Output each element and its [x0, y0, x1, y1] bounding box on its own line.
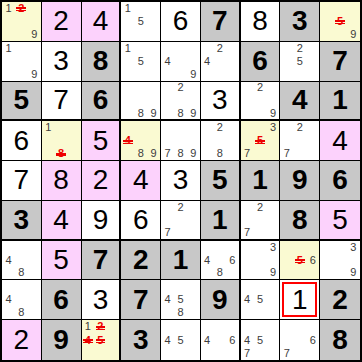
cell-r2c2[interactable]: 3: [42, 42, 82, 82]
cell-r7c6[interactable]: 468: [201, 241, 241, 281]
cell-r6c9[interactable]: 5: [320, 201, 360, 241]
candidate: 4: [201, 254, 214, 267]
cell-r8c6[interactable]: 9: [201, 280, 241, 320]
candidate: 2: [213, 42, 226, 55]
candidate: 9: [187, 147, 200, 160]
strike-line: [335, 23, 345, 24]
cell-r9c1[interactable]: 2: [2, 320, 42, 360]
solved-digit: 4: [133, 166, 149, 194]
candidate: 3: [347, 241, 360, 254]
candidate: 2: [174, 82, 187, 95]
candidate: 7: [241, 147, 254, 160]
candidate: 9: [187, 68, 200, 81]
eliminated-candidate: 5: [293, 254, 306, 267]
given-digit: 5: [14, 86, 30, 114]
candidate: 6: [226, 333, 239, 346]
candidate: 4: [2, 293, 15, 306]
strike-line: [295, 259, 305, 261]
strike-line: [56, 153, 66, 155]
given-digit: 7: [332, 47, 348, 75]
candidate: 7: [161, 147, 174, 160]
eliminated-candidate: 2: [94, 320, 107, 333]
given-digit: 2: [332, 286, 348, 314]
solved-digit: 6: [14, 127, 30, 155]
solved-digit: 3: [93, 286, 109, 314]
given-digit: 7: [133, 286, 149, 314]
solved-digit: 2: [14, 326, 30, 354]
cell-r9c2[interactable]: 9: [42, 320, 82, 360]
cell-r8c7[interactable]: 45: [241, 280, 281, 320]
candidate: 9: [147, 147, 160, 160]
solved-digit: 4: [53, 206, 69, 234]
cell-r2c8[interactable]: 25: [280, 42, 320, 82]
given-digit: 6: [93, 86, 109, 114]
given-digit: 1: [332, 86, 348, 114]
solved-digit: 7: [53, 86, 69, 114]
solved-digit: 9: [93, 206, 109, 234]
cell-r9c7[interactable]: 457: [241, 320, 281, 360]
sudoku-board: 1292415678359193815492462575768928932941…: [0, 0, 362, 362]
candidate: 8: [15, 306, 28, 319]
cell-r9c6[interactable]: 46: [201, 320, 241, 360]
given-digit: 9: [292, 166, 308, 194]
given-digit: 6: [252, 47, 268, 75]
candidate: 9: [347, 267, 360, 280]
strike-line: [16, 7, 26, 9]
strike-line: [56, 155, 66, 156]
given-digit: 1: [212, 206, 228, 234]
candidate: 8: [15, 267, 28, 280]
cell-r1c3[interactable]: 4: [82, 2, 122, 42]
given-digit: 9: [212, 286, 228, 314]
strike-line: [96, 326, 106, 328]
strike-line: [123, 143, 133, 144]
cell-r6c6[interactable]: 1: [201, 201, 241, 241]
given-digit: 6: [53, 286, 69, 314]
cell-r7c2[interactable]: 5: [42, 241, 82, 281]
cell-r8c5[interactable]: 458: [161, 280, 201, 320]
candidate: 9: [28, 68, 41, 81]
candidate: 2: [174, 201, 187, 214]
cell-r4c1[interactable]: 6: [2, 121, 42, 161]
cell-r5c7[interactable]: 1: [241, 161, 281, 201]
cell-r3c7[interactable]: 29: [241, 82, 281, 122]
candidate: 4: [161, 293, 174, 306]
candidate: 8: [213, 267, 226, 280]
given-digit: 6: [332, 166, 348, 194]
cell-r5c4[interactable]: 4: [121, 161, 161, 201]
cell-r2c6[interactable]: 24: [201, 42, 241, 82]
cell-r6c4[interactable]: 6: [121, 201, 161, 241]
solved-digit: 5: [332, 206, 348, 234]
candidate: 5: [254, 333, 267, 346]
cell-r9c3[interactable]: 1245: [82, 320, 122, 360]
candidate: 9: [28, 28, 41, 41]
candidate: 5: [254, 293, 267, 306]
solved-digit: 7: [14, 166, 30, 194]
candidate: 7: [161, 226, 174, 239]
cell-r4c8[interactable]: 27: [280, 121, 320, 161]
cell-r3c4[interactable]: 89: [121, 82, 161, 122]
candidate: 4: [161, 55, 174, 68]
solved-digit: 6: [133, 206, 149, 234]
cell-r5c1[interactable]: 7: [2, 161, 42, 201]
given-digit: 2: [133, 246, 149, 274]
candidate: 4: [241, 333, 254, 346]
candidate: 5: [174, 333, 187, 346]
candidate: 5: [134, 55, 147, 68]
candidate: 5: [134, 15, 147, 28]
candidate: 4: [241, 293, 254, 306]
cell-r8c4[interactable]: 7: [121, 280, 161, 320]
candidate: 7: [280, 347, 293, 360]
cell-r8c3[interactable]: 3: [82, 280, 122, 320]
given-digit: 8: [332, 326, 348, 354]
candidate: 8: [174, 107, 187, 120]
cell-r6c5[interactable]: 27: [161, 201, 201, 241]
given-digit: 7: [212, 7, 228, 35]
cell-r6c1[interactable]: 3: [2, 201, 42, 241]
strike-line: [83, 342, 93, 343]
cell-r8c1[interactable]: 48: [2, 280, 42, 320]
strike-line: [335, 20, 345, 22]
solved-digit: 2: [93, 166, 109, 194]
given-digit: 4: [292, 86, 308, 114]
cell-r3c5[interactable]: 289: [161, 82, 201, 122]
cell-r1c4[interactable]: 15: [121, 2, 161, 42]
cell-r7c4[interactable]: 2: [121, 241, 161, 281]
cell-r1c7[interactable]: 8: [241, 2, 281, 42]
eliminated-candidate: 5: [94, 333, 107, 346]
candidate: 1: [42, 121, 55, 134]
candidate: 6: [306, 333, 319, 346]
cell-r1c8[interactable]: 3: [280, 2, 320, 42]
cell-r1c2[interactable]: 2: [42, 2, 82, 42]
strike-line: [96, 342, 106, 343]
eliminated-candidate: 8: [55, 147, 68, 160]
cell-r4c5[interactable]: 789: [161, 121, 201, 161]
cell-r5c2[interactable]: 8: [42, 161, 82, 201]
solved-digit: 3: [212, 86, 228, 114]
candidate: 9: [267, 107, 280, 120]
cell-r5c9[interactable]: 6: [320, 161, 360, 201]
cell-r3c2[interactable]: 7: [42, 82, 82, 122]
eliminated-candidate: 4: [121, 134, 134, 147]
cell-r7c5[interactable]: 1: [161, 241, 201, 281]
cell-r4c2[interactable]: 18: [42, 121, 82, 161]
cell-r4c4[interactable]: 489: [121, 121, 161, 161]
candidate: 9: [267, 267, 280, 280]
candidate: 4: [161, 333, 174, 346]
eliminated-candidate: 5: [333, 15, 346, 28]
eliminated-candidate: 4: [82, 333, 95, 346]
candidate: 2: [213, 121, 226, 134]
candidate: 4: [2, 254, 15, 267]
cell-r8c9[interactable]: 2: [320, 280, 360, 320]
solved-digit: 8: [252, 7, 268, 35]
cell-r7c9[interactable]: 39: [320, 241, 360, 281]
strike-line: [255, 140, 265, 142]
candidate: 3: [267, 121, 280, 134]
candidate: 8: [213, 147, 226, 160]
cell-r5c8[interactable]: 9: [280, 161, 320, 201]
cell-r4c6[interactable]: 28: [201, 121, 241, 161]
cell-r9c9[interactable]: 8: [320, 320, 360, 360]
candidate: 2: [293, 121, 306, 134]
cell-r2c7[interactable]: 6: [241, 42, 281, 82]
cell-r2c1[interactable]: 19: [2, 42, 42, 82]
cell-r1c5[interactable]: 6: [161, 2, 201, 42]
cell-r2c9[interactable]: 7: [320, 42, 360, 82]
candidate: 5: [293, 55, 306, 68]
cell-r7c3[interactable]: 7: [82, 241, 122, 281]
strike-line: [16, 10, 26, 11]
cell-r2c4[interactable]: 15: [121, 42, 161, 82]
cell-r1c6[interactable]: 7: [201, 2, 241, 42]
candidate: 6: [226, 254, 239, 267]
solved-digit: 4: [93, 7, 109, 35]
cell-r3c8[interactable]: 4: [280, 82, 320, 122]
candidate: 1: [121, 2, 134, 15]
cell-r3c3[interactable]: 6: [82, 82, 122, 122]
cell-r5c3[interactable]: 2: [82, 161, 122, 201]
cell-r3c6[interactable]: 3: [201, 82, 241, 122]
solved-digit: 5: [53, 246, 69, 274]
cell-r9c8[interactable]: 67: [280, 320, 320, 360]
given-digit: 8: [93, 47, 109, 75]
cell-r5c5[interactable]: 3: [161, 161, 201, 201]
cell-r4c3[interactable]: 5: [82, 121, 122, 161]
cell-r9c4[interactable]: 3: [121, 320, 161, 360]
strike-line: [96, 339, 106, 341]
solved-digit: 2: [53, 7, 69, 35]
cell-r8c8[interactable]: 1: [280, 280, 320, 320]
candidate: 6: [306, 254, 319, 267]
candidate: 7: [280, 147, 293, 160]
candidate: 4: [201, 333, 214, 346]
candidate: 7: [241, 226, 254, 239]
given-digit: 1: [173, 246, 189, 274]
strike-line: [123, 140, 133, 142]
given-digit: 9: [53, 326, 69, 354]
strike-line: [83, 339, 93, 341]
candidate: 8: [174, 306, 187, 319]
given-digit: 1: [252, 166, 268, 194]
cell-r5c6[interactable]: 5: [201, 161, 241, 201]
cell-r4c9[interactable]: 4: [320, 121, 360, 161]
candidate: 4: [201, 55, 214, 68]
cell-r6c8[interactable]: 8: [280, 201, 320, 241]
candidate: 1: [2, 2, 15, 15]
candidate: 1: [82, 320, 95, 333]
solved-digit: 3: [173, 166, 189, 194]
solved-digit: 6: [173, 7, 189, 35]
candidate: 8: [134, 107, 147, 120]
cell-r4c7[interactable]: 357: [241, 121, 281, 161]
given-digit: 7: [93, 246, 109, 274]
given-digit: 5: [212, 166, 228, 194]
candidate: 3: [267, 241, 280, 254]
candidate: 9: [187, 107, 200, 120]
cell-r6c3[interactable]: 9: [82, 201, 122, 241]
candidate: 8: [134, 147, 147, 160]
solved-digit: 3: [53, 47, 69, 75]
cell-r2c5[interactable]: 49: [161, 42, 201, 82]
given-digit: 3: [292, 7, 308, 35]
cell-r3c1[interactable]: 5: [2, 82, 42, 122]
cell-r6c7[interactable]: 27: [241, 201, 281, 241]
cell-r6c2[interactable]: 4: [42, 201, 82, 241]
given-digit: 8: [292, 206, 308, 234]
cell-r2c3[interactable]: 8: [82, 42, 122, 82]
candidate: 1: [2, 42, 15, 55]
cell-r7c7[interactable]: 39: [241, 241, 281, 281]
candidate: 2: [254, 82, 267, 95]
cell-r1c1[interactable]: 129: [2, 2, 42, 42]
cell-r8c2[interactable]: 6: [42, 280, 82, 320]
candidate: 8: [174, 147, 187, 160]
solved-digit: 5: [93, 127, 109, 155]
solved-digit: 1: [292, 286, 308, 314]
strike-line: [255, 143, 265, 144]
given-digit: 3: [133, 326, 149, 354]
cell-r7c8[interactable]: 56: [280, 241, 320, 281]
eliminated-candidate: 2: [15, 2, 28, 15]
candidate: 1: [121, 42, 134, 55]
strike-line: [96, 329, 106, 330]
solved-digit: 4: [332, 127, 348, 155]
cell-r7c1[interactable]: 48: [2, 241, 42, 281]
cell-r1c9[interactable]: 59: [320, 2, 360, 42]
candidate: 9: [147, 107, 160, 120]
given-digit: 3: [14, 206, 30, 234]
cell-r9c5[interactable]: 45: [161, 320, 201, 360]
candidate: 5: [174, 293, 187, 306]
eliminated-candidate: 5: [254, 134, 267, 147]
cell-r3c9[interactable]: 1: [320, 82, 360, 122]
candidate: 9: [347, 28, 360, 41]
strike-line: [295, 262, 305, 263]
candidate: 7: [241, 347, 254, 360]
candidate: 2: [293, 42, 306, 55]
candidate: 2: [254, 201, 267, 214]
solved-digit: 8: [53, 166, 69, 194]
